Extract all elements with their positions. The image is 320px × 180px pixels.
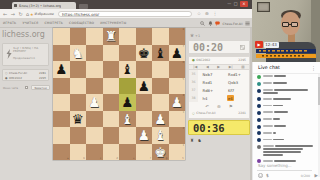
notes-button[interactable]: Заметки [31, 85, 50, 91]
game-info-line2: РЕЙТИНГ [13, 50, 38, 54]
home-icon[interactable]: ⌂ [26, 9, 29, 19]
square-a7[interactable] [53, 45, 70, 62]
blitz-lightning-icon [6, 49, 12, 59]
streamer-badge-icon[interactable] [215, 21, 220, 26]
chat-avatar [257, 75, 261, 79]
game-info-box: 3+2 • БЛИЦ • НА РЕЙТИНГ Продолжается [2, 43, 49, 66]
square-b8[interactable] [70, 28, 87, 45]
chat-username-text [263, 82, 272, 84]
chat-username-text [263, 111, 273, 113]
black-king-f7: ♚ [136, 45, 153, 62]
chat-username-text [263, 145, 274, 147]
room-chat-label: Окно чата [3, 86, 18, 90]
square-g6[interactable] [152, 61, 169, 78]
move-row: 37Rd8+Kf7 [189, 86, 249, 94]
square-c1[interactable]: c [86, 144, 103, 161]
flag-icon[interactable]: ⚑ [229, 104, 233, 109]
square-b7[interactable]: ♞ [70, 45, 87, 62]
square-c2[interactable] [86, 127, 103, 144]
square-d6[interactable] [103, 61, 120, 78]
square-h4[interactable]: ♟4 [169, 94, 186, 111]
prev-move-button[interactable]: ◀ [206, 65, 209, 69]
chat-message [257, 89, 315, 95]
chat-avatar [257, 104, 261, 108]
glasses-right-lens [291, 22, 298, 27]
lichess-logo[interactable]: lichess.org [2, 30, 45, 39]
square-f2[interactable]: ♟ [136, 127, 153, 144]
square-a5[interactable] [53, 78, 70, 95]
square-c5[interactable] [86, 78, 103, 95]
chat-message-text [274, 160, 296, 162]
chat-message [257, 145, 315, 157]
square-h6[interactable]: 6 [169, 61, 186, 78]
next-move-button[interactable]: ▶ [217, 65, 220, 69]
stream-time-badge: 12:43 [264, 42, 279, 48]
square-a3[interactable] [53, 111, 70, 128]
square-g4[interactable] [152, 94, 169, 111]
white-knight-b7: ♞ [70, 45, 87, 62]
square-a8[interactable] [53, 28, 70, 45]
chat-message-text [263, 154, 283, 156]
analysis-board-icon[interactable] [240, 45, 245, 50]
white-pawn-g3: ♟ [152, 111, 169, 128]
square-e1[interactable]: e [119, 144, 136, 161]
white-pawn-c4: ♟ [86, 94, 103, 111]
notifications-bell-icon[interactable] [208, 21, 213, 26]
square-b4[interactable] [70, 94, 87, 111]
overlay-banner-navy [256, 49, 316, 53]
chat-username-text [263, 118, 272, 120]
square-h3[interactable]: 3 [169, 111, 186, 128]
browser-titlebar: Блиц (3+2) • lichess.org — □ × [0, 0, 252, 9]
char-counter: 0/200 [301, 174, 310, 178]
new-tab-button[interactable] [79, 4, 88, 9]
square-b1[interactable]: b [70, 144, 87, 161]
browser-tab[interactable]: Блиц (3+2) • lichess.org [12, 2, 76, 9]
chat-message [257, 118, 315, 122]
analysis-icon[interactable]: ⊕ [217, 104, 221, 109]
square-f4[interactable] [136, 94, 153, 111]
square-c8[interactable] [86, 28, 103, 45]
chat-message [257, 82, 315, 86]
black-pawn-a6: ♟ [53, 61, 70, 78]
move-list-box: ● OKC2002 2295 |◀ ◀ ▶ ▶| ▤ 35Nxb7Rxd1+36… [188, 56, 250, 119]
minimize-button[interactable]: — [227, 1, 231, 7]
chat-input-underline [257, 170, 312, 171]
square-b2[interactable] [70, 127, 87, 144]
black-bishop-e6: ♝ [119, 61, 136, 78]
white-move-36[interactable]: Rxd1 [201, 79, 214, 85]
captured-by-white-tray: ♜ ♞ [190, 138, 203, 143]
square-h7[interactable]: ♟7 [169, 45, 186, 62]
white-move-38[interactable]: h4 [201, 95, 209, 101]
square-g1[interactable]: ♚g [152, 144, 169, 161]
square-g7[interactable]: ♝ [152, 45, 169, 62]
black-move-35[interactable]: Rxd1+ [227, 71, 243, 77]
chat-message-text [263, 151, 301, 153]
square-c3[interactable] [86, 111, 103, 128]
square-a6[interactable]: ♟ [53, 61, 70, 78]
last-move-button[interactable]: ▶| [229, 65, 233, 69]
move-list: 35Nxb7Rxd1+36Rxd1Qxb337Rd8+Kf738h4e4 [189, 70, 249, 102]
move-number: 37 [189, 86, 198, 94]
black-clock: 00:20 [188, 40, 250, 54]
chat-message [257, 111, 315, 115]
move-box-white-rating: 2281 [238, 111, 246, 115]
square-b6[interactable] [70, 61, 87, 78]
chat-message-text [273, 132, 276, 134]
white-clock-time: 00:36 [193, 122, 225, 134]
tab-title: Блиц (3+2) • lichess.org [19, 4, 61, 8]
bookmark-label: Избранное [35, 12, 54, 16]
chat-avatar [257, 82, 261, 86]
chat-username-text [263, 75, 273, 77]
chat-message [257, 104, 315, 108]
chess-board: ♜8♞♚♝♟7♟♝6♟5♟♟♟4♛♝♟3♟♝2abcdef♚gh1 [53, 28, 185, 160]
chat-message-text [273, 98, 291, 100]
nav-item-learn[interactable]: УЧИТЬСЯ [22, 19, 38, 28]
chat-message-list [257, 75, 315, 163]
square-e7[interactable] [119, 45, 136, 62]
chat-avatar [257, 89, 261, 93]
browser-toolbar: ← → ↻ ⌂ ★ Избранное https://lichess.org/… [0, 9, 252, 19]
square-d7[interactable] [103, 45, 120, 62]
square-b5[interactable] [70, 78, 87, 95]
chat-message-text [273, 139, 284, 141]
chat-input[interactable]: Say something... [258, 163, 292, 168]
chat-message-text [274, 111, 288, 113]
black-move-37[interactable]: Kf7 [227, 87, 236, 93]
chat-message-text [274, 89, 308, 91]
square-e5[interactable] [119, 78, 136, 95]
black-online-dot: ● [192, 58, 195, 62]
square-d3[interactable] [103, 111, 120, 128]
black-move-36[interactable]: Qxb3 [227, 79, 240, 85]
move-box-white-name[interactable]: Chess-For-All [196, 111, 215, 115]
square-f8[interactable] [136, 28, 153, 45]
lichess-top-nav: ИГРАТЬ УЧИТЬСЯ СМОТРЕТЬ СООБЩЕСТВО ИНСТР… [0, 19, 252, 28]
chat-avatar [257, 97, 261, 101]
square-e4[interactable]: ♟ [119, 94, 136, 111]
bookmark-star-icon: ★ [30, 12, 34, 17]
square-g5[interactable] [152, 78, 169, 95]
square-f1[interactable]: f [136, 144, 153, 161]
black-move-38[interactable]: e4 [227, 95, 235, 101]
favorite-star-icon[interactable]: ☆ [197, 9, 201, 19]
square-e2[interactable] [119, 127, 136, 144]
square-e8[interactable] [119, 28, 136, 45]
chat-avatar [257, 118, 261, 122]
move-box-black-name[interactable]: OKC2002 [196, 58, 210, 62]
player-row-black[interactable]: ● OKC2002 2295 [5, 76, 46, 81]
play-badge-icon[interactable]: ▶ [255, 41, 263, 48]
players-box: ○ Chess-For-All 2281 ● OKC2002 2295 [2, 69, 49, 81]
superchat-icon[interactable]: $ [266, 173, 269, 178]
white-online-dot: ○ [192, 111, 195, 115]
square-g3[interactable]: ♟ [152, 111, 169, 128]
chat-username-text [263, 98, 272, 100]
screenshot-root: Блиц (3+2) • lichess.org — □ × ← → ↻ ⌂ ★… [0, 0, 320, 180]
chat-toggle-checkbox[interactable] [25, 86, 28, 89]
live-chat-header: Live chat [258, 65, 280, 70]
square-d8[interactable]: ♜ [103, 28, 120, 45]
move-row: 36Rxd1Qxb3 [189, 78, 249, 86]
white-bishop-e3: ♝ [119, 111, 136, 128]
logged-in-username[interactable]: Chess-For-All [223, 22, 243, 26]
white-move-35[interactable]: Nxb7 [201, 71, 214, 77]
square-f7[interactable]: ♚ [136, 45, 153, 62]
square-c6[interactable] [86, 61, 103, 78]
square-d5[interactable] [103, 78, 120, 95]
move-number: 35 [189, 70, 198, 78]
captured-queen-icon: ♛ [190, 33, 194, 38]
chat-message-text [274, 125, 286, 127]
chat-message [257, 97, 315, 101]
square-c4[interactable]: ♟ [86, 94, 103, 111]
chat-avatar [257, 125, 261, 129]
chat-avatar [257, 131, 261, 135]
back-icon[interactable]: ← [3, 9, 7, 19]
square-a2[interactable] [53, 127, 70, 144]
square-g8[interactable] [152, 28, 169, 45]
address-bar[interactable]: https://lichess.org/ [58, 11, 192, 17]
glasses-left-lens [282, 22, 289, 27]
glasses-bridge [289, 24, 291, 25]
game-status: Продолжается [13, 57, 38, 61]
webcam-feed: ▶ 12:43 [252, 0, 320, 62]
black-pawn-e4: ♟ [119, 94, 136, 111]
square-f5[interactable]: ♟ [136, 78, 153, 95]
chat-divider [253, 73, 320, 74]
square-h2[interactable]: 2 [169, 127, 186, 144]
chat-message [257, 138, 315, 142]
move-number: 36 [189, 78, 198, 86]
white-pawn-f2: ♟ [136, 127, 153, 144]
square-g2[interactable]: ♝ [152, 127, 169, 144]
black-bishop-g7: ♝ [152, 45, 169, 62]
black-clock-time: 00:20 [193, 42, 223, 53]
black-color-dot: ● [5, 76, 7, 81]
emoji-icon[interactable] [258, 173, 263, 178]
browser-menu-icon[interactable]: ⋮ [213, 9, 218, 19]
square-c7[interactable] [86, 45, 103, 62]
forward-icon[interactable]: → [11, 9, 15, 19]
close-button[interactable]: × [240, 1, 248, 7]
maximize-button[interactable]: □ [234, 1, 238, 7]
square-e3[interactable]: ♝ [119, 111, 136, 128]
square-f6[interactable] [136, 61, 153, 78]
square-a1[interactable]: a [53, 144, 70, 161]
nav-item-tools[interactable]: ИНСТРУМЕНТЫ [100, 19, 126, 28]
chat-message [257, 131, 315, 135]
captured-by-black-tray: ♛+1 [190, 33, 200, 38]
square-b3[interactable]: ♛ [70, 111, 87, 128]
square-h8[interactable]: 8 [169, 28, 186, 45]
square-a4[interactable] [53, 94, 70, 111]
white-rook-d8: ♜ [103, 28, 120, 45]
white-move-37[interactable]: Rd8+ [201, 87, 215, 93]
takeback-icon[interactable]: ↶ [205, 104, 209, 109]
chat-menu-icon[interactable]: ⋮ [311, 65, 316, 71]
square-d1[interactable]: d [103, 144, 120, 161]
chat-message-text [273, 118, 280, 120]
material-advantage: +1 [195, 34, 200, 38]
browser-window: Блиц (3+2) • lichess.org — □ × ← → ↻ ⌂ ★… [0, 0, 252, 180]
chat-message-text [273, 105, 283, 107]
hamburger-menu-icon[interactable] [245, 21, 250, 26]
extensions-icon[interactable]: ⊕ [205, 9, 209, 19]
black-player-name: OKC2002 [9, 76, 22, 81]
square-e6[interactable]: ♝ [119, 61, 136, 78]
nav-item-watch[interactable]: СМОТРЕТЬ [44, 19, 63, 28]
white-bishop-g2: ♝ [152, 127, 169, 144]
overlay-banner-orange [256, 54, 316, 58]
chat-username-text [263, 132, 272, 134]
square-d4[interactable] [103, 94, 120, 111]
framed-picture [257, 2, 270, 12]
chat-message [257, 125, 315, 129]
chat-scrollbar-thumb[interactable] [318, 77, 320, 105]
move-box-black-rating: 2295 [238, 58, 246, 62]
first-move-button[interactable]: |◀ [193, 65, 197, 69]
black-player-rating: 2295 [39, 76, 46, 81]
move-list-view-button[interactable]: ▤ [241, 65, 244, 69]
nav-item-play[interactable]: ИГРАТЬ [3, 19, 16, 28]
square-f3[interactable] [136, 111, 153, 128]
black-pawn-f5: ♟ [136, 78, 153, 95]
chat-message-text [274, 75, 286, 77]
move-row: 38h4e4 [189, 94, 249, 102]
square-h1[interactable]: h1 [169, 144, 186, 161]
square-d2[interactable] [103, 127, 120, 144]
black-queen-b3: ♛ [70, 111, 87, 128]
white-clock-active: 00:36 [188, 120, 250, 135]
youtube-panel: ▶ 12:43 Live chat ⋮ Say something... $ 0… [252, 0, 320, 180]
nav-item-community[interactable]: СООБЩЕСТВО [69, 19, 94, 28]
square-h5[interactable]: 5 [169, 78, 186, 95]
chat-username-text [263, 125, 273, 127]
live-chat-panel: Live chat ⋮ Say something... $ 0/200 ▶ [252, 62, 320, 180]
chat-avatar [257, 111, 261, 115]
chat-username-text [263, 160, 273, 162]
chat-message-text [263, 92, 278, 94]
chat-message-text [275, 145, 313, 147]
chat-avatar [257, 145, 261, 149]
chat-message [257, 75, 315, 79]
chat-username-text [263, 89, 273, 91]
move-number: 38 [189, 94, 198, 102]
chat-message-text [273, 82, 287, 84]
bookmarks-chip[interactable]: ★ Избранное [30, 11, 54, 17]
chat-avatar [257, 138, 261, 142]
move-row: 35Nxb7Rxd1+ [189, 70, 249, 78]
chat-username-text [263, 139, 272, 141]
reload-icon[interactable]: ↻ [18, 9, 22, 19]
lichess-favicon [14, 4, 17, 7]
chat-message-text [263, 148, 303, 150]
search-icon[interactable] [200, 21, 205, 26]
chat-username-text [263, 105, 272, 107]
